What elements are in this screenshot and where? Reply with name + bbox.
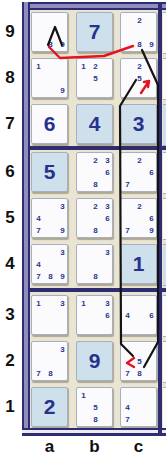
candidate-8: 8 — [89, 270, 102, 283]
cropped-cell-sliver-d3 — [163, 295, 166, 337]
cell-c4[interactable]: 1 — [120, 244, 157, 284]
cell-c6[interactable]: 267 — [120, 152, 157, 192]
cell-c2[interactable]: 578 — [120, 341, 157, 381]
cropped-cell-sliver-d2 — [163, 341, 166, 383]
candidate-6: 6 — [101, 166, 114, 179]
row-label-7: 7 — [0, 114, 20, 134]
cell-a1[interactable]: 2 — [31, 387, 68, 427]
candidate-8: 8 — [89, 224, 102, 237]
candidate-9: 9 — [56, 270, 69, 283]
candidate-6: 6 — [101, 212, 114, 225]
row-label-6: 6 — [0, 162, 20, 182]
candidate-6: 6 — [145, 166, 158, 179]
candidate-1: 1 — [32, 60, 45, 73]
row-label-9: 9 — [0, 22, 20, 42]
cell-c9[interactable]: 289 — [120, 12, 157, 52]
cell-a5[interactable]: 3479 — [31, 198, 68, 238]
cropped-cell-sliver-d4 — [163, 244, 166, 286]
sudoku-panel: 8972891912525643523682673479236826793478… — [0, 0, 166, 460]
row-label-1: 1 — [0, 397, 20, 417]
cell-a7[interactable]: 6 — [31, 104, 68, 144]
cell-a8[interactable]: 19 — [31, 58, 68, 98]
cell-a4[interactable]: 34789 — [31, 244, 68, 284]
cell-a3[interactable]: 13 — [31, 295, 68, 335]
solved-digit: 6 — [32, 105, 67, 143]
box-border-vertical-cd — [158, 2, 162, 436]
candidate-3: 3 — [56, 297, 69, 310]
cell-c5[interactable]: 2679 — [120, 198, 157, 238]
cell-b9[interactable]: 7 — [76, 12, 113, 52]
row-label-2: 2 — [0, 351, 20, 371]
candidate-8: 8 — [89, 413, 102, 426]
candidate-3: 3 — [56, 246, 69, 259]
candidate-1: 1 — [32, 297, 45, 310]
row-label-8: 8 — [0, 68, 20, 88]
candidate-8: 8 — [133, 367, 146, 380]
candidate-9: 9 — [56, 38, 69, 51]
cropped-cell-sliver-d5 — [163, 198, 166, 240]
given-digit: 1 — [121, 245, 156, 283]
given-digit: 9 — [77, 342, 112, 380]
col-label-a: a — [31, 437, 68, 457]
candidate-5: 5 — [133, 72, 146, 85]
col-label-c: c — [120, 437, 157, 457]
cell-c8[interactable]: 25 — [120, 58, 157, 98]
cell-b5[interactable]: 2368 — [76, 198, 113, 238]
cell-a6[interactable]: 5 — [31, 152, 68, 192]
cropped-cell-sliver-d6 — [163, 152, 166, 194]
given-digit: 5 — [32, 153, 67, 191]
cell-b1[interactable]: 158 — [76, 387, 113, 427]
cell-b8[interactable]: 125 — [76, 58, 113, 98]
cropped-cell-sliver-d1 — [163, 387, 166, 429]
candidate-7: 7 — [121, 224, 134, 237]
row-label-5: 5 — [0, 208, 20, 228]
cell-a2[interactable]: 378 — [31, 341, 68, 381]
candidate-4: 4 — [121, 309, 134, 322]
board-outer-border-bottom — [22, 428, 166, 436]
cell-b6[interactable]: 2368 — [76, 152, 113, 192]
candidate-9: 9 — [56, 84, 69, 97]
row-label-3: 3 — [0, 305, 20, 325]
given-digit: 4 — [77, 105, 112, 143]
candidate-1: 1 — [77, 297, 90, 310]
given-digit: 3 — [121, 105, 156, 143]
cell-a9[interactable]: 89 — [31, 12, 68, 52]
cell-b3[interactable]: 136 — [76, 295, 113, 335]
col-label-b: b — [76, 437, 113, 457]
candidate-3: 3 — [56, 343, 69, 356]
candidate-9: 9 — [145, 224, 158, 237]
candidate-6: 6 — [101, 309, 114, 322]
candidate-7: 7 — [121, 413, 134, 426]
cropped-cell-sliver-d7 — [163, 104, 166, 146]
box-border-rows-4-3 — [29, 288, 166, 292]
cell-b7[interactable]: 4 — [76, 104, 113, 144]
candidate-7: 7 — [121, 178, 134, 191]
board-outer-border-top — [22, 2, 166, 10]
given-digit: 2 — [32, 388, 67, 426]
candidate-9: 9 — [56, 224, 69, 237]
candidate-5: 5 — [89, 72, 102, 85]
cropped-cell-sliver-d9 — [163, 12, 166, 54]
board-outer-border-left — [22, 2, 30, 436]
candidate-3: 3 — [56, 200, 69, 213]
cell-b2[interactable]: 9 — [76, 341, 113, 381]
candidate-3: 3 — [101, 246, 114, 259]
cell-c1[interactable]: 47 — [120, 387, 157, 427]
candidate-8: 8 — [44, 367, 57, 380]
cropped-cell-sliver-d8 — [163, 58, 166, 100]
candidate-6: 6 — [145, 309, 158, 322]
candidate-7: 7 — [32, 224, 45, 237]
candidate-8: 8 — [89, 178, 102, 191]
row-label-4: 4 — [0, 254, 20, 274]
cell-c7[interactable]: 3 — [120, 104, 157, 144]
box-border-rows-7-6 — [29, 146, 166, 150]
candidate-9: 9 — [145, 38, 158, 51]
given-digit: 7 — [77, 13, 112, 51]
cell-c3[interactable]: 46 — [120, 295, 157, 335]
candidate-2: 2 — [133, 14, 146, 27]
cell-b4[interactable]: 38 — [76, 244, 113, 284]
